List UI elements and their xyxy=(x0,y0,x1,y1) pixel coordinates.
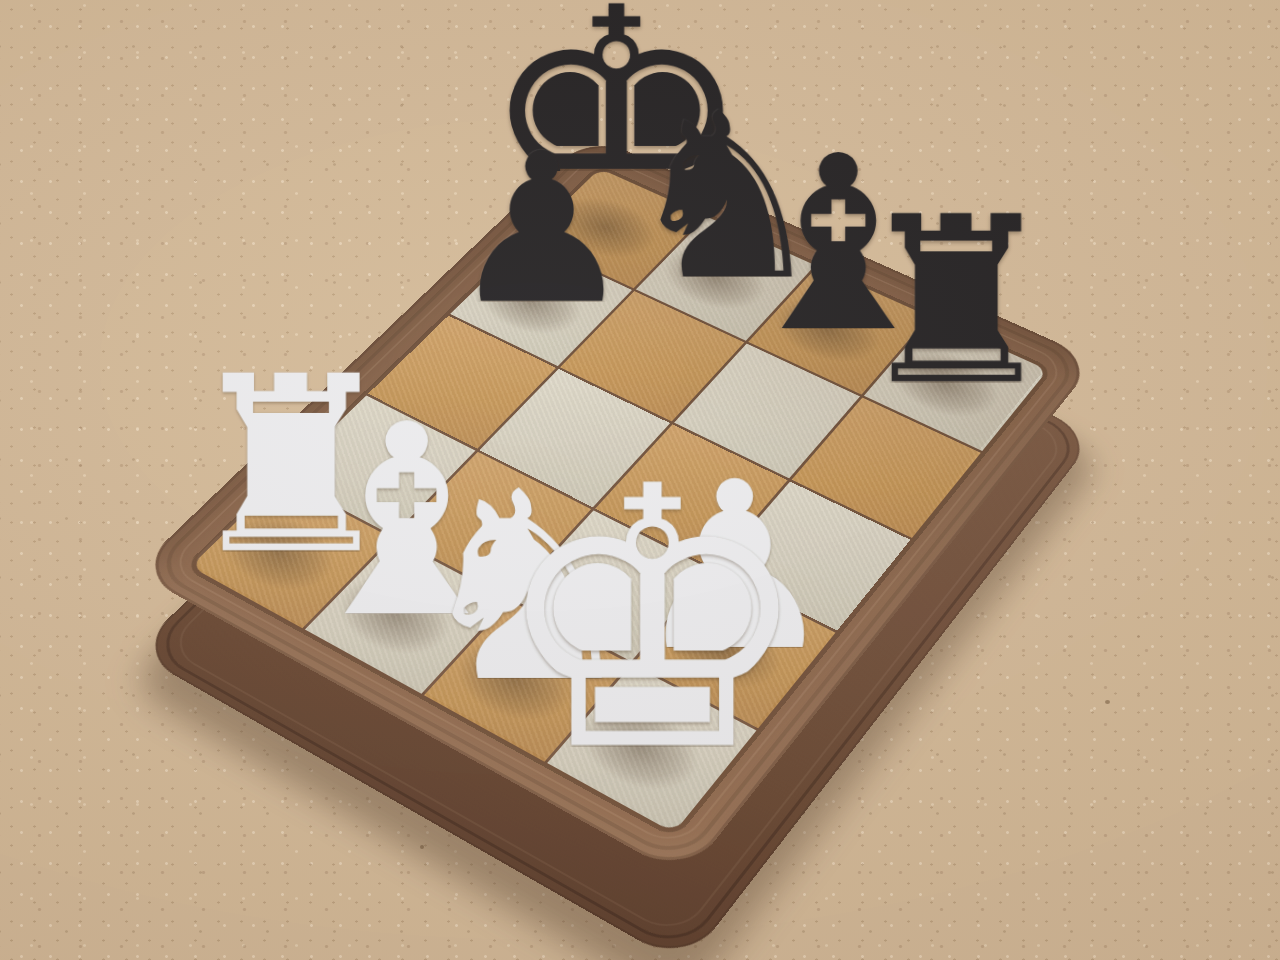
square-d1: ♚ xyxy=(547,665,756,833)
box-top-layer: ♚♞♝♜♟♟♜♝♞♚ xyxy=(0,0,1280,960)
board-box-top: ♚♞♝♜♟♟♜♝♞♚ xyxy=(134,135,1096,878)
photo-scene: ♚♞♝♜♟♟♜♝♞♚ xyxy=(0,0,1280,960)
square-d5: ♜ xyxy=(864,318,1047,451)
chess-board-grid: ♚♞♝♜♟♟♜♝♞♚ xyxy=(186,166,1052,837)
black-rook-glyph: ♜ xyxy=(853,187,1059,417)
